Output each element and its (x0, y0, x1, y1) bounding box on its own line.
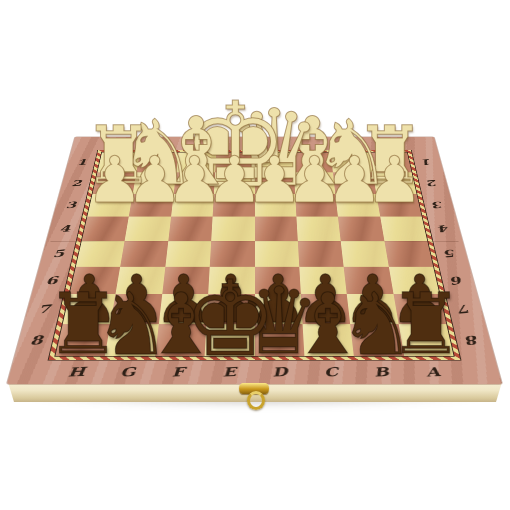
square-c2 (294, 172, 336, 193)
square-h4 (81, 217, 128, 241)
clasp-ring (247, 391, 265, 410)
square-h1 (97, 152, 140, 172)
rank-label-left-8: 8 (29, 333, 42, 348)
square-d7 (255, 294, 303, 324)
rank-label-right-7: 7 (456, 302, 474, 316)
file-label-B: B (372, 365, 390, 380)
photo-background: 1234567812345678HGFEDCBA ♜♞♝♛♚♝♞♜♟♟♟♟♟♟♟… (0, 0, 510, 510)
square-h3 (87, 194, 133, 217)
square-h6 (69, 267, 120, 295)
square-h8 (55, 324, 110, 356)
clasp (238, 381, 270, 409)
square-f8 (155, 324, 207, 356)
square-f3 (171, 194, 214, 217)
square-b5 (341, 241, 389, 267)
rank-label-left-6: 6 (45, 274, 57, 287)
square-f2 (173, 172, 215, 193)
rank-label-right-5: 5 (443, 248, 459, 260)
square-h5 (76, 241, 125, 267)
square-d8 (255, 324, 305, 356)
square-c6 (299, 267, 347, 295)
file-label-D: D (271, 365, 288, 380)
square-e1 (215, 152, 254, 172)
square-c1 (293, 152, 334, 172)
square-d4 (255, 217, 298, 241)
square-b1 (331, 152, 373, 172)
square-d6 (255, 267, 301, 295)
square-d1 (255, 152, 294, 172)
square-a2 (373, 172, 417, 193)
square-b6 (344, 267, 394, 295)
rank-label-left-1: 1 (76, 158, 86, 167)
square-h7 (62, 294, 115, 324)
rank-label-left-5: 5 (52, 248, 64, 260)
rank-label-right-2: 2 (426, 178, 441, 188)
file-label-F: F (172, 365, 185, 380)
square-f5 (165, 241, 211, 267)
square-a7 (394, 294, 447, 324)
file-label-E: E (222, 365, 237, 380)
square-b3 (336, 194, 380, 217)
rank-label-right-1: 1 (420, 158, 434, 167)
rank-label-right-8: 8 (464, 333, 483, 348)
square-e2 (214, 172, 255, 193)
square-b7 (347, 294, 398, 324)
rank-label-right-3: 3 (431, 200, 446, 210)
square-e5 (210, 241, 255, 267)
rank-label-left-4: 4 (59, 223, 70, 234)
square-g1 (136, 152, 178, 172)
square-h2 (92, 172, 136, 193)
square-f4 (168, 217, 213, 241)
square-a5 (384, 241, 433, 267)
square-c3 (295, 194, 338, 217)
square-g7 (110, 294, 161, 324)
square-c8 (303, 324, 355, 356)
square-f6 (162, 267, 210, 295)
square-b2 (333, 172, 376, 193)
square-c5 (298, 241, 344, 267)
square-g4 (125, 217, 171, 241)
square-a3 (376, 194, 422, 217)
square-e7 (206, 294, 254, 324)
rank-label-right-4: 4 (437, 223, 453, 234)
file-label-C: C (322, 365, 339, 380)
file-label-H: H (68, 365, 86, 380)
square-d5 (255, 241, 300, 267)
square-a4 (380, 217, 427, 241)
square-b4 (338, 217, 384, 241)
square-e6 (208, 267, 254, 295)
square-e3 (213, 194, 255, 217)
fold-seam (50, 241, 458, 242)
rank-label-left-3: 3 (65, 200, 76, 210)
rank-label-left-7: 7 (38, 302, 51, 316)
board-grid (55, 152, 454, 356)
square-g6 (115, 267, 165, 295)
square-a6 (389, 267, 440, 295)
file-label-A: A (423, 365, 441, 380)
square-d2 (255, 172, 296, 193)
square-e8 (205, 324, 255, 356)
square-f1 (176, 152, 217, 172)
square-g3 (129, 194, 173, 217)
file-label-G: G (120, 365, 136, 380)
square-a1 (369, 152, 412, 172)
square-e4 (211, 217, 254, 241)
square-g5 (120, 241, 168, 267)
square-c7 (301, 294, 351, 324)
square-g2 (133, 172, 176, 193)
square-b8 (351, 324, 405, 356)
square-c4 (296, 217, 341, 241)
square-f7 (158, 294, 208, 324)
chess-board: 1234567812345678HGFEDCBA (7, 137, 502, 384)
rank-label-right-6: 6 (449, 274, 466, 287)
square-d3 (255, 194, 297, 217)
rank-label-left-2: 2 (71, 178, 81, 188)
square-g8 (105, 324, 159, 356)
square-a8 (399, 324, 454, 356)
